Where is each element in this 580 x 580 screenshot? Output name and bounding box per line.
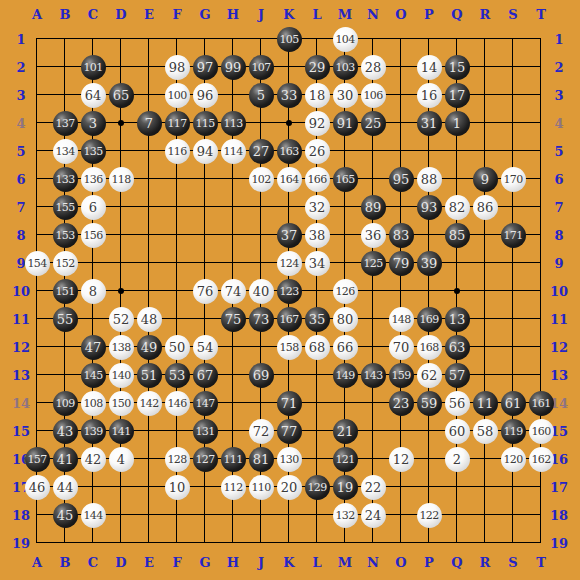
intersection-G18[interactable] — [191, 501, 219, 529]
intersection-D4[interactable] — [107, 109, 135, 137]
intersection-R6[interactable]: 9 — [471, 165, 499, 193]
intersection-H3[interactable] — [219, 81, 247, 109]
intersection-L2[interactable]: 29 — [303, 53, 331, 81]
intersection-H8[interactable] — [219, 221, 247, 249]
intersection-K9[interactable]: 124 — [275, 249, 303, 277]
intersection-S4[interactable] — [499, 109, 527, 137]
intersection-T15[interactable]: 160 — [527, 417, 555, 445]
intersection-T3[interactable] — [527, 81, 555, 109]
intersection-Q17[interactable] — [443, 473, 471, 501]
intersection-E3[interactable] — [135, 81, 163, 109]
intersection-P9[interactable]: 39 — [415, 249, 443, 277]
intersection-A9[interactable]: 154 — [23, 249, 51, 277]
intersection-Q11[interactable]: 13 — [443, 305, 471, 333]
intersection-S16[interactable]: 120 — [499, 445, 527, 473]
intersection-J13[interactable]: 69 — [247, 361, 275, 389]
intersection-C8[interactable]: 156 — [79, 221, 107, 249]
intersection-T7[interactable] — [527, 193, 555, 221]
intersection-H12[interactable] — [219, 333, 247, 361]
intersection-B7[interactable]: 155 — [51, 193, 79, 221]
intersection-H15[interactable] — [219, 417, 247, 445]
intersection-A13[interactable] — [23, 361, 51, 389]
intersection-P4[interactable]: 31 — [415, 109, 443, 137]
intersection-Q18[interactable] — [443, 501, 471, 529]
intersection-C16[interactable]: 42 — [79, 445, 107, 473]
intersection-B12[interactable] — [51, 333, 79, 361]
intersection-R5[interactable] — [471, 137, 499, 165]
intersection-O13[interactable]: 159 — [387, 361, 415, 389]
intersection-B11[interactable]: 55 — [51, 305, 79, 333]
intersection-T18[interactable] — [527, 501, 555, 529]
intersection-D2[interactable] — [107, 53, 135, 81]
intersection-F17[interactable]: 10 — [163, 473, 191, 501]
intersection-M9[interactable] — [331, 249, 359, 277]
intersection-M13[interactable]: 149 — [331, 361, 359, 389]
intersection-S12[interactable] — [499, 333, 527, 361]
intersection-O2[interactable] — [387, 53, 415, 81]
intersection-J3[interactable]: 5 — [247, 81, 275, 109]
intersection-G2[interactable]: 97 — [191, 53, 219, 81]
intersection-S11[interactable] — [499, 305, 527, 333]
intersection-E16[interactable] — [135, 445, 163, 473]
intersection-R1[interactable] — [471, 25, 499, 53]
intersection-K13[interactable] — [275, 361, 303, 389]
intersection-H18[interactable] — [219, 501, 247, 529]
intersection-B10[interactable]: 151 — [51, 277, 79, 305]
intersection-T9[interactable] — [527, 249, 555, 277]
intersection-K18[interactable] — [275, 501, 303, 529]
intersection-K2[interactable] — [275, 53, 303, 81]
intersection-O8[interactable]: 83 — [387, 221, 415, 249]
intersection-B6[interactable]: 133 — [51, 165, 79, 193]
intersection-F4[interactable]: 117 — [163, 109, 191, 137]
intersection-R18[interactable] — [471, 501, 499, 529]
intersection-K16[interactable]: 130 — [275, 445, 303, 473]
intersection-R4[interactable] — [471, 109, 499, 137]
intersection-N10[interactable] — [359, 277, 387, 305]
intersection-L17[interactable]: 129 — [303, 473, 331, 501]
intersection-R7[interactable]: 86 — [471, 193, 499, 221]
intersection-H11[interactable]: 75 — [219, 305, 247, 333]
intersection-N8[interactable]: 36 — [359, 221, 387, 249]
intersection-D15[interactable]: 141 — [107, 417, 135, 445]
intersection-B19[interactable] — [51, 529, 79, 557]
intersection-A18[interactable] — [23, 501, 51, 529]
intersection-D6[interactable]: 118 — [107, 165, 135, 193]
intersection-L8[interactable]: 38 — [303, 221, 331, 249]
intersection-R3[interactable] — [471, 81, 499, 109]
intersection-S14[interactable]: 61 — [499, 389, 527, 417]
intersection-C14[interactable]: 108 — [79, 389, 107, 417]
intersection-M8[interactable] — [331, 221, 359, 249]
intersection-J19[interactable] — [247, 529, 275, 557]
intersection-H4[interactable]: 113 — [219, 109, 247, 137]
intersection-T1[interactable] — [527, 25, 555, 53]
intersection-F16[interactable]: 128 — [163, 445, 191, 473]
intersection-S5[interactable] — [499, 137, 527, 165]
intersection-O19[interactable] — [387, 529, 415, 557]
intersection-P1[interactable] — [415, 25, 443, 53]
intersection-R13[interactable] — [471, 361, 499, 389]
intersection-R2[interactable] — [471, 53, 499, 81]
intersection-O6[interactable]: 95 — [387, 165, 415, 193]
intersection-J17[interactable]: 110 — [247, 473, 275, 501]
intersection-N14[interactable] — [359, 389, 387, 417]
intersection-O1[interactable] — [387, 25, 415, 53]
intersection-A4[interactable] — [23, 109, 51, 137]
intersection-Q9[interactable] — [443, 249, 471, 277]
intersection-M4[interactable]: 91 — [331, 109, 359, 137]
intersection-F1[interactable] — [163, 25, 191, 53]
intersection-C1[interactable] — [79, 25, 107, 53]
intersection-K1[interactable]: 105 — [275, 25, 303, 53]
intersection-A14[interactable] — [23, 389, 51, 417]
intersection-L14[interactable] — [303, 389, 331, 417]
intersection-O11[interactable]: 148 — [387, 305, 415, 333]
intersection-N7[interactable]: 89 — [359, 193, 387, 221]
intersection-L19[interactable] — [303, 529, 331, 557]
intersection-J10[interactable]: 40 — [247, 277, 275, 305]
intersection-K19[interactable] — [275, 529, 303, 557]
intersection-H19[interactable] — [219, 529, 247, 557]
intersection-C7[interactable]: 6 — [79, 193, 107, 221]
intersection-A19[interactable] — [23, 529, 51, 557]
intersection-T8[interactable] — [527, 221, 555, 249]
intersection-G19[interactable] — [191, 529, 219, 557]
intersection-M2[interactable]: 103 — [331, 53, 359, 81]
intersection-E2[interactable] — [135, 53, 163, 81]
intersection-A11[interactable] — [23, 305, 51, 333]
intersection-G13[interactable]: 67 — [191, 361, 219, 389]
intersection-S1[interactable] — [499, 25, 527, 53]
intersection-E11[interactable]: 48 — [135, 305, 163, 333]
intersection-O10[interactable] — [387, 277, 415, 305]
intersection-C3[interactable]: 64 — [79, 81, 107, 109]
intersection-S17[interactable] — [499, 473, 527, 501]
intersection-Q2[interactable]: 15 — [443, 53, 471, 81]
intersection-M15[interactable]: 21 — [331, 417, 359, 445]
intersection-A17[interactable]: 46 — [23, 473, 51, 501]
intersection-D3[interactable]: 65 — [107, 81, 135, 109]
intersection-D9[interactable] — [107, 249, 135, 277]
intersection-P7[interactable]: 93 — [415, 193, 443, 221]
intersection-C13[interactable]: 145 — [79, 361, 107, 389]
intersection-O18[interactable] — [387, 501, 415, 529]
intersection-F10[interactable] — [163, 277, 191, 305]
intersection-J1[interactable] — [247, 25, 275, 53]
intersection-F15[interactable] — [163, 417, 191, 445]
intersection-L6[interactable]: 166 — [303, 165, 331, 193]
intersection-D5[interactable] — [107, 137, 135, 165]
intersection-Q16[interactable]: 2 — [443, 445, 471, 473]
intersection-M17[interactable]: 19 — [331, 473, 359, 501]
intersection-A6[interactable] — [23, 165, 51, 193]
intersection-K3[interactable]: 33 — [275, 81, 303, 109]
intersection-S2[interactable] — [499, 53, 527, 81]
intersection-H6[interactable] — [219, 165, 247, 193]
intersection-S7[interactable] — [499, 193, 527, 221]
intersection-G9[interactable] — [191, 249, 219, 277]
intersection-S13[interactable] — [499, 361, 527, 389]
intersection-N9[interactable]: 125 — [359, 249, 387, 277]
intersection-O3[interactable] — [387, 81, 415, 109]
intersection-E15[interactable] — [135, 417, 163, 445]
intersection-J18[interactable] — [247, 501, 275, 529]
intersection-P8[interactable] — [415, 221, 443, 249]
intersection-D8[interactable] — [107, 221, 135, 249]
intersection-M12[interactable]: 66 — [331, 333, 359, 361]
intersection-B15[interactable]: 43 — [51, 417, 79, 445]
intersection-N18[interactable]: 24 — [359, 501, 387, 529]
intersection-L1[interactable] — [303, 25, 331, 53]
intersection-R16[interactable] — [471, 445, 499, 473]
intersection-J11[interactable]: 73 — [247, 305, 275, 333]
intersection-G16[interactable]: 127 — [191, 445, 219, 473]
intersection-N5[interactable] — [359, 137, 387, 165]
intersection-K7[interactable] — [275, 193, 303, 221]
intersection-F9[interactable] — [163, 249, 191, 277]
intersection-B18[interactable]: 45 — [51, 501, 79, 529]
intersection-S8[interactable]: 171 — [499, 221, 527, 249]
intersection-F11[interactable] — [163, 305, 191, 333]
intersection-T14[interactable]: 161 — [527, 389, 555, 417]
intersection-H17[interactable]: 112 — [219, 473, 247, 501]
intersection-P16[interactable] — [415, 445, 443, 473]
intersection-O5[interactable] — [387, 137, 415, 165]
intersection-G12[interactable]: 54 — [191, 333, 219, 361]
intersection-M1[interactable]: 104 — [331, 25, 359, 53]
intersection-A2[interactable] — [23, 53, 51, 81]
intersection-R11[interactable] — [471, 305, 499, 333]
intersection-F18[interactable] — [163, 501, 191, 529]
intersection-D16[interactable]: 4 — [107, 445, 135, 473]
intersection-B13[interactable] — [51, 361, 79, 389]
intersection-S3[interactable] — [499, 81, 527, 109]
intersection-N2[interactable]: 28 — [359, 53, 387, 81]
intersection-E8[interactable] — [135, 221, 163, 249]
intersection-F7[interactable] — [163, 193, 191, 221]
intersection-M3[interactable]: 30 — [331, 81, 359, 109]
intersection-M7[interactable] — [331, 193, 359, 221]
intersection-T5[interactable] — [527, 137, 555, 165]
intersection-K12[interactable]: 158 — [275, 333, 303, 361]
intersection-C2[interactable]: 101 — [79, 53, 107, 81]
intersection-C6[interactable]: 136 — [79, 165, 107, 193]
intersection-T10[interactable] — [527, 277, 555, 305]
intersection-F5[interactable]: 116 — [163, 137, 191, 165]
intersection-F14[interactable]: 146 — [163, 389, 191, 417]
intersection-E17[interactable] — [135, 473, 163, 501]
intersection-G11[interactable] — [191, 305, 219, 333]
intersection-R14[interactable]: 11 — [471, 389, 499, 417]
intersection-L9[interactable]: 34 — [303, 249, 331, 277]
intersection-F13[interactable]: 53 — [163, 361, 191, 389]
intersection-S19[interactable] — [499, 529, 527, 557]
intersection-R10[interactable] — [471, 277, 499, 305]
intersection-B8[interactable]: 153 — [51, 221, 79, 249]
intersection-B5[interactable]: 134 — [51, 137, 79, 165]
intersection-H7[interactable] — [219, 193, 247, 221]
intersection-M14[interactable] — [331, 389, 359, 417]
intersection-G4[interactable]: 115 — [191, 109, 219, 137]
intersection-K6[interactable]: 164 — [275, 165, 303, 193]
intersection-A16[interactable]: 157 — [23, 445, 51, 473]
intersection-P14[interactable]: 59 — [415, 389, 443, 417]
intersection-G8[interactable] — [191, 221, 219, 249]
intersection-N19[interactable] — [359, 529, 387, 557]
intersection-N17[interactable]: 22 — [359, 473, 387, 501]
intersection-F3[interactable]: 100 — [163, 81, 191, 109]
intersection-Q1[interactable] — [443, 25, 471, 53]
intersection-Q6[interactable] — [443, 165, 471, 193]
intersection-P3[interactable]: 16 — [415, 81, 443, 109]
intersection-N3[interactable]: 106 — [359, 81, 387, 109]
intersection-K8[interactable]: 37 — [275, 221, 303, 249]
intersection-B1[interactable] — [51, 25, 79, 53]
intersection-E4[interactable]: 7 — [135, 109, 163, 137]
intersection-O7[interactable] — [387, 193, 415, 221]
intersection-J4[interactable] — [247, 109, 275, 137]
intersection-O12[interactable]: 70 — [387, 333, 415, 361]
intersection-D7[interactable] — [107, 193, 135, 221]
intersection-D13[interactable]: 140 — [107, 361, 135, 389]
intersection-T19[interactable] — [527, 529, 555, 557]
intersection-K17[interactable]: 20 — [275, 473, 303, 501]
intersection-P10[interactable] — [415, 277, 443, 305]
intersection-D19[interactable] — [107, 529, 135, 557]
intersection-L4[interactable]: 92 — [303, 109, 331, 137]
intersection-L12[interactable]: 68 — [303, 333, 331, 361]
intersection-R9[interactable] — [471, 249, 499, 277]
intersection-D12[interactable]: 138 — [107, 333, 135, 361]
intersection-D14[interactable]: 150 — [107, 389, 135, 417]
intersection-L18[interactable] — [303, 501, 331, 529]
intersection-M6[interactable]: 165 — [331, 165, 359, 193]
intersection-A1[interactable] — [23, 25, 51, 53]
intersection-G14[interactable]: 147 — [191, 389, 219, 417]
intersection-J6[interactable]: 102 — [247, 165, 275, 193]
intersection-Q14[interactable]: 56 — [443, 389, 471, 417]
intersection-T2[interactable] — [527, 53, 555, 81]
intersection-N11[interactable] — [359, 305, 387, 333]
intersection-G15[interactable]: 131 — [191, 417, 219, 445]
intersection-R17[interactable] — [471, 473, 499, 501]
intersection-T16[interactable]: 162 — [527, 445, 555, 473]
intersection-G6[interactable] — [191, 165, 219, 193]
intersection-H16[interactable]: 111 — [219, 445, 247, 473]
intersection-O17[interactable] — [387, 473, 415, 501]
intersection-B17[interactable]: 44 — [51, 473, 79, 501]
intersection-O15[interactable] — [387, 417, 415, 445]
intersection-P6[interactable]: 88 — [415, 165, 443, 193]
intersection-R15[interactable]: 58 — [471, 417, 499, 445]
intersection-L11[interactable]: 35 — [303, 305, 331, 333]
intersection-Q10[interactable] — [443, 277, 471, 305]
intersection-O14[interactable]: 23 — [387, 389, 415, 417]
intersection-M5[interactable] — [331, 137, 359, 165]
intersection-M19[interactable] — [331, 529, 359, 557]
intersection-F2[interactable]: 98 — [163, 53, 191, 81]
intersection-B9[interactable]: 152 — [51, 249, 79, 277]
intersection-H1[interactable] — [219, 25, 247, 53]
intersection-C17[interactable] — [79, 473, 107, 501]
intersection-E19[interactable] — [135, 529, 163, 557]
intersection-A5[interactable] — [23, 137, 51, 165]
intersection-S9[interactable] — [499, 249, 527, 277]
intersection-E10[interactable] — [135, 277, 163, 305]
intersection-N4[interactable]: 25 — [359, 109, 387, 137]
intersection-N12[interactable] — [359, 333, 387, 361]
intersection-G3[interactable]: 96 — [191, 81, 219, 109]
intersection-P2[interactable]: 14 — [415, 53, 443, 81]
intersection-T4[interactable] — [527, 109, 555, 137]
intersection-F19[interactable] — [163, 529, 191, 557]
intersection-Q15[interactable]: 60 — [443, 417, 471, 445]
intersection-C5[interactable]: 135 — [79, 137, 107, 165]
intersection-E13[interactable]: 51 — [135, 361, 163, 389]
intersection-A15[interactable] — [23, 417, 51, 445]
intersection-A12[interactable] — [23, 333, 51, 361]
intersection-M16[interactable]: 121 — [331, 445, 359, 473]
intersection-R12[interactable] — [471, 333, 499, 361]
intersection-A7[interactable] — [23, 193, 51, 221]
intersection-C11[interactable] — [79, 305, 107, 333]
intersection-E7[interactable] — [135, 193, 163, 221]
intersection-L16[interactable] — [303, 445, 331, 473]
intersection-E12[interactable]: 49 — [135, 333, 163, 361]
intersection-P15[interactable] — [415, 417, 443, 445]
intersection-T11[interactable] — [527, 305, 555, 333]
intersection-G5[interactable]: 94 — [191, 137, 219, 165]
intersection-G17[interactable] — [191, 473, 219, 501]
intersection-C10[interactable]: 8 — [79, 277, 107, 305]
intersection-F6[interactable] — [163, 165, 191, 193]
intersection-T6[interactable] — [527, 165, 555, 193]
intersection-E9[interactable] — [135, 249, 163, 277]
intersection-M18[interactable]: 132 — [331, 501, 359, 529]
intersection-A10[interactable] — [23, 277, 51, 305]
intersection-B14[interactable]: 109 — [51, 389, 79, 417]
intersection-Q13[interactable]: 57 — [443, 361, 471, 389]
intersection-R19[interactable] — [471, 529, 499, 557]
intersection-P12[interactable]: 168 — [415, 333, 443, 361]
intersection-F12[interactable]: 50 — [163, 333, 191, 361]
intersection-M11[interactable]: 80 — [331, 305, 359, 333]
intersection-P18[interactable]: 122 — [415, 501, 443, 529]
intersection-Q7[interactable]: 82 — [443, 193, 471, 221]
intersection-T17[interactable] — [527, 473, 555, 501]
intersection-N15[interactable] — [359, 417, 387, 445]
intersection-P13[interactable]: 62 — [415, 361, 443, 389]
intersection-J15[interactable]: 72 — [247, 417, 275, 445]
intersection-B4[interactable]: 137 — [51, 109, 79, 137]
intersection-H9[interactable] — [219, 249, 247, 277]
intersection-H13[interactable] — [219, 361, 247, 389]
intersection-G1[interactable] — [191, 25, 219, 53]
intersection-T12[interactable] — [527, 333, 555, 361]
intersection-E1[interactable] — [135, 25, 163, 53]
intersection-L3[interactable]: 18 — [303, 81, 331, 109]
intersection-K15[interactable]: 77 — [275, 417, 303, 445]
intersection-L10[interactable] — [303, 277, 331, 305]
intersection-O4[interactable] — [387, 109, 415, 137]
intersection-B2[interactable] — [51, 53, 79, 81]
intersection-D10[interactable] — [107, 277, 135, 305]
intersection-M10[interactable]: 126 — [331, 277, 359, 305]
intersection-N1[interactable] — [359, 25, 387, 53]
intersection-E18[interactable] — [135, 501, 163, 529]
intersection-E5[interactable] — [135, 137, 163, 165]
